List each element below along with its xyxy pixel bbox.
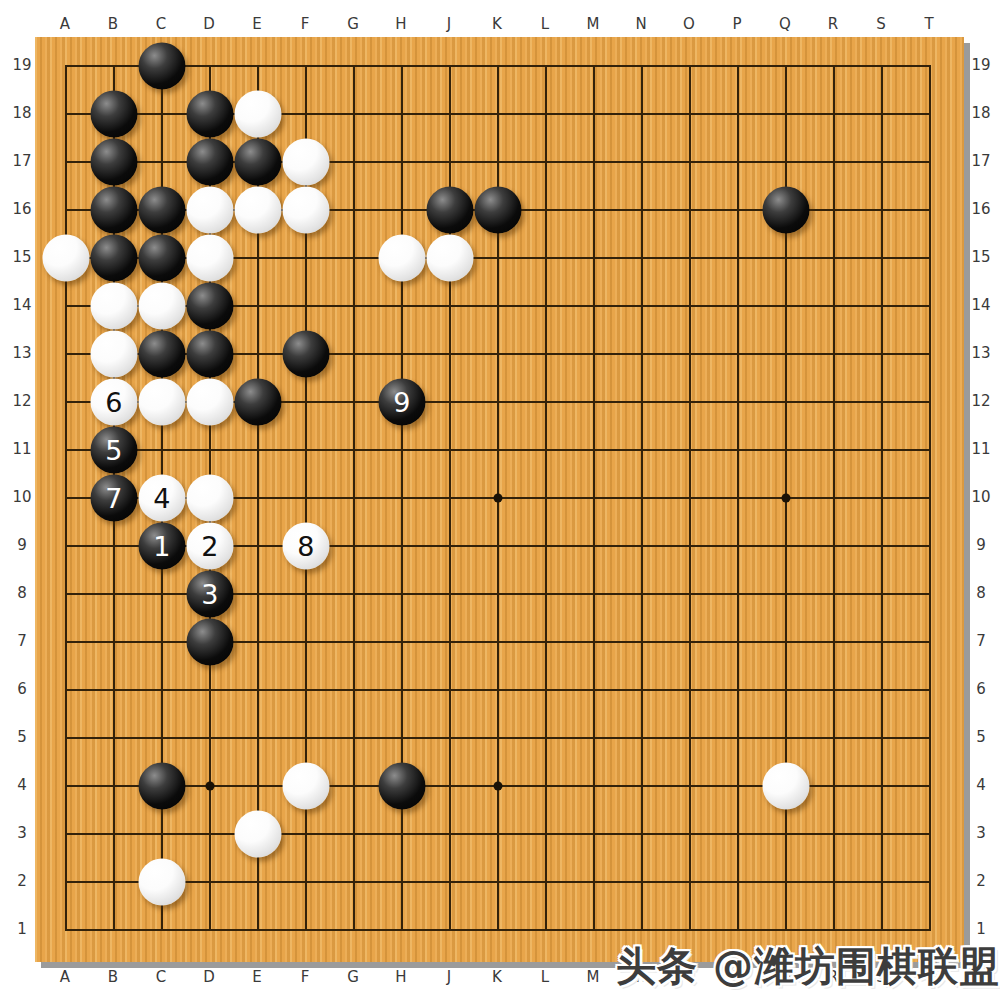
row-label-right-3: 3 — [964, 823, 998, 843]
stone-D10 — [186, 474, 233, 521]
row-label-right-6: 6 — [964, 679, 998, 699]
row-label-left-17: 17 — [5, 151, 39, 171]
stone-C9: 1 — [138, 522, 185, 569]
stone-B12: 6 — [90, 378, 137, 425]
stone-J16 — [426, 186, 473, 233]
row-label-left-6: 6 — [5, 679, 39, 699]
stone-B11: 5 — [90, 426, 137, 473]
row-label-left-2: 2 — [5, 871, 39, 891]
stone-B18 — [90, 90, 137, 137]
row-label-left-13: 13 — [5, 343, 39, 363]
stone-E17 — [234, 138, 281, 185]
stone-C14 — [138, 282, 185, 329]
stone-D13 — [186, 330, 233, 377]
row-label-left-19: 19 — [5, 55, 39, 75]
col-label-top-F: F — [288, 14, 322, 34]
star-point-K10 — [493, 493, 502, 502]
col-label-top-B: B — [96, 14, 130, 34]
col-label-bottom-D: D — [192, 967, 226, 987]
stone-J15 — [426, 234, 473, 281]
stone-C10: 4 — [138, 474, 185, 521]
grid-line-vertical — [737, 65, 739, 931]
col-label-top-R: R — [816, 14, 850, 34]
row-label-right-15: 15 — [964, 247, 998, 267]
stone-D9: 2 — [186, 522, 233, 569]
stone-F17 — [282, 138, 329, 185]
row-label-left-8: 8 — [5, 583, 39, 603]
stone-D7 — [186, 618, 233, 665]
row-label-right-12: 12 — [964, 391, 998, 411]
col-label-top-J: J — [432, 14, 466, 34]
col-label-top-T: T — [912, 14, 946, 34]
move-number: 1 — [153, 532, 170, 559]
col-label-bottom-G: G — [336, 967, 370, 987]
go-board: 695741283 — [35, 37, 964, 962]
col-label-bottom-H: H — [384, 967, 418, 987]
col-label-bottom-C: C — [144, 967, 178, 987]
stone-C2 — [138, 858, 185, 905]
stone-C19 — [138, 42, 185, 89]
grid-line-vertical — [641, 65, 643, 931]
stone-D18 — [186, 90, 233, 137]
row-label-left-18: 18 — [5, 103, 39, 123]
move-number: 8 — [297, 532, 314, 559]
row-label-left-15: 15 — [5, 247, 39, 267]
grid-line-vertical — [545, 65, 547, 931]
stone-C13 — [138, 330, 185, 377]
stone-B10: 7 — [90, 474, 137, 521]
stone-B15 — [90, 234, 137, 281]
watermark-text: 头条 @潍坊围棋联盟 — [616, 943, 1000, 989]
row-label-left-1: 1 — [5, 919, 39, 939]
col-label-top-P: P — [720, 14, 754, 34]
move-number: 7 — [105, 484, 122, 511]
grid-line-horizontal — [65, 929, 931, 931]
stone-A15 — [42, 234, 89, 281]
stone-E18 — [234, 90, 281, 137]
stone-C15 — [138, 234, 185, 281]
go-diagram-page: 695741283 AABBCCDDEEFFGGHHJJKKLLMMNNOOPP… — [0, 0, 1000, 1000]
row-label-left-14: 14 — [5, 295, 39, 315]
col-label-top-K: K — [480, 14, 514, 34]
col-label-bottom-M: M — [576, 967, 610, 987]
stone-F4 — [282, 762, 329, 809]
stone-E12 — [234, 378, 281, 425]
col-label-bottom-E: E — [240, 967, 274, 987]
stone-C4 — [138, 762, 185, 809]
stone-H15 — [378, 234, 425, 281]
stone-H12: 9 — [378, 378, 425, 425]
row-label-left-9: 9 — [5, 535, 39, 555]
col-label-top-S: S — [864, 14, 898, 34]
grid-line-horizontal — [65, 737, 931, 739]
row-label-left-7: 7 — [5, 631, 39, 651]
watermark: 头条 @潍坊围棋联盟 — [616, 939, 1000, 994]
row-label-right-14: 14 — [964, 295, 998, 315]
row-label-left-5: 5 — [5, 727, 39, 747]
col-label-bottom-B: B — [96, 967, 130, 987]
row-label-right-10: 10 — [964, 487, 998, 507]
move-number: 4 — [153, 484, 170, 511]
stone-D14 — [186, 282, 233, 329]
col-label-top-C: C — [144, 14, 178, 34]
col-label-top-Q: Q — [768, 14, 802, 34]
row-label-right-2: 2 — [964, 871, 998, 891]
row-label-right-5: 5 — [964, 727, 998, 747]
col-label-top-E: E — [240, 14, 274, 34]
move-number: 2 — [201, 532, 218, 559]
grid-line-horizontal — [65, 833, 931, 835]
stone-D12 — [186, 378, 233, 425]
row-label-left-12: 12 — [5, 391, 39, 411]
stone-D15 — [186, 234, 233, 281]
col-label-top-H: H — [384, 14, 418, 34]
stone-H4 — [378, 762, 425, 809]
stone-K16 — [474, 186, 521, 233]
move-number: 9 — [393, 388, 410, 415]
move-number: 6 — [105, 388, 122, 415]
row-label-right-1: 1 — [964, 919, 998, 939]
col-label-bottom-K: K — [480, 967, 514, 987]
star-point-D4 — [205, 781, 214, 790]
row-label-left-4: 4 — [5, 775, 39, 795]
stone-B16 — [90, 186, 137, 233]
row-label-left-11: 11 — [5, 439, 39, 459]
row-label-right-7: 7 — [964, 631, 998, 651]
stone-Q16 — [762, 186, 809, 233]
grid-line-vertical — [833, 65, 835, 931]
col-label-top-M: M — [576, 14, 610, 34]
stone-B17 — [90, 138, 137, 185]
stone-B14 — [90, 282, 137, 329]
grid-line-vertical — [881, 65, 883, 931]
row-label-left-3: 3 — [5, 823, 39, 843]
col-label-top-O: O — [672, 14, 706, 34]
row-label-right-19: 19 — [964, 55, 998, 75]
stone-F13 — [282, 330, 329, 377]
row-label-right-16: 16 — [964, 199, 998, 219]
stone-D16 — [186, 186, 233, 233]
grid-line-horizontal — [65, 689, 931, 691]
col-label-top-N: N — [624, 14, 658, 34]
star-point-K4 — [493, 781, 502, 790]
stone-D8: 3 — [186, 570, 233, 617]
col-label-bottom-A: A — [48, 967, 82, 987]
grid-line-vertical — [689, 65, 691, 931]
col-label-top-A: A — [48, 14, 82, 34]
col-label-bottom-J: J — [432, 967, 466, 987]
stone-F16 — [282, 186, 329, 233]
row-label-right-8: 8 — [964, 583, 998, 603]
col-label-bottom-F: F — [288, 967, 322, 987]
stone-C12 — [138, 378, 185, 425]
stone-B13 — [90, 330, 137, 377]
stone-C16 — [138, 186, 185, 233]
col-label-top-D: D — [192, 14, 226, 34]
grid-line-horizontal — [65, 881, 931, 883]
stone-D17 — [186, 138, 233, 185]
stone-E3 — [234, 810, 281, 857]
grid-line-vertical — [929, 65, 931, 931]
col-label-top-L: L — [528, 14, 562, 34]
stone-E16 — [234, 186, 281, 233]
row-label-right-17: 17 — [964, 151, 998, 171]
star-point-Q10 — [781, 493, 790, 502]
col-label-top-G: G — [336, 14, 370, 34]
row-label-right-9: 9 — [964, 535, 998, 555]
col-label-bottom-L: L — [528, 967, 562, 987]
row-label-right-13: 13 — [964, 343, 998, 363]
row-label-left-16: 16 — [5, 199, 39, 219]
row-label-right-18: 18 — [964, 103, 998, 123]
grid-line-vertical — [593, 65, 595, 931]
row-label-right-11: 11 — [964, 439, 998, 459]
row-label-right-4: 4 — [964, 775, 998, 795]
move-number: 5 — [105, 436, 122, 463]
stone-F9: 8 — [282, 522, 329, 569]
move-number: 3 — [201, 580, 218, 607]
row-label-left-10: 10 — [5, 487, 39, 507]
stone-Q4 — [762, 762, 809, 809]
